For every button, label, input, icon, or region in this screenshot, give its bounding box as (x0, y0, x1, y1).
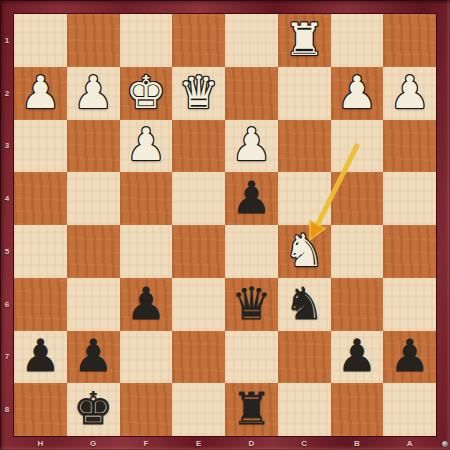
file-label-e: E (172, 436, 225, 450)
piece-white-king[interactable]: ♚ (126, 70, 166, 115)
square-c1[interactable]: ♜ (278, 14, 331, 67)
rank-label-5: 5 (0, 225, 14, 278)
square-e6[interactable] (172, 278, 225, 331)
square-b2[interactable]: ♟ (331, 67, 384, 120)
piece-black-pawn[interactable]: ♟ (73, 333, 113, 378)
piece-black-king[interactable]: ♚ (73, 386, 113, 431)
square-g5[interactable] (67, 225, 120, 278)
piece-black-pawn[interactable]: ♟ (126, 281, 166, 326)
file-label-a: A (383, 436, 436, 450)
chess-board: ♜♟♟♚♛♟♟♟♟♟♞♟♛♞♟♟♟♟♚♜ (14, 14, 436, 436)
square-e3[interactable] (172, 120, 225, 173)
square-b7[interactable]: ♟ (331, 331, 384, 384)
square-h4[interactable] (14, 172, 67, 225)
square-d7[interactable] (225, 331, 278, 384)
square-h1[interactable] (14, 14, 67, 67)
piece-black-pawn[interactable]: ♟ (389, 333, 429, 378)
file-label-c: C (278, 436, 331, 450)
rank-label-3: 3 (0, 120, 14, 173)
square-g6[interactable] (67, 278, 120, 331)
square-f2[interactable]: ♚ (120, 67, 173, 120)
square-h8[interactable] (14, 383, 67, 436)
square-b3[interactable] (331, 120, 384, 173)
square-f1[interactable] (120, 14, 173, 67)
square-a8[interactable] (383, 383, 436, 436)
square-h5[interactable] (14, 225, 67, 278)
square-c6[interactable]: ♞ (278, 278, 331, 331)
rank-label-6: 6 (0, 278, 14, 331)
piece-black-knight[interactable]: ♞ (284, 281, 324, 326)
square-d3[interactable]: ♟ (225, 120, 278, 173)
square-c2[interactable] (278, 67, 331, 120)
square-h3[interactable] (14, 120, 67, 173)
square-d8[interactable]: ♜ (225, 383, 278, 436)
square-h7[interactable]: ♟ (14, 331, 67, 384)
piece-white-pawn[interactable]: ♟ (20, 70, 60, 115)
piece-white-pawn[interactable]: ♟ (126, 122, 166, 167)
square-c4[interactable] (278, 172, 331, 225)
square-b6[interactable] (331, 278, 384, 331)
square-f3[interactable]: ♟ (120, 120, 173, 173)
piece-white-pawn[interactable]: ♟ (389, 70, 429, 115)
square-a6[interactable] (383, 278, 436, 331)
chess-board-frame: ♜♟♟♚♛♟♟♟♟♟♞♟♛♞♟♟♟♟♚♜ 12345678 HGFEDCBA (0, 0, 450, 450)
rank-label-2: 2 (0, 67, 14, 120)
square-g2[interactable]: ♟ (67, 67, 120, 120)
square-f4[interactable] (120, 172, 173, 225)
square-c8[interactable] (278, 383, 331, 436)
piece-white-queen[interactable]: ♛ (178, 70, 218, 115)
square-h2[interactable]: ♟ (14, 67, 67, 120)
square-a5[interactable] (383, 225, 436, 278)
piece-white-rook[interactable]: ♜ (284, 17, 324, 62)
file-label-f: F (120, 436, 173, 450)
piece-white-knight[interactable]: ♞ (284, 228, 324, 273)
square-b1[interactable] (331, 14, 384, 67)
square-e8[interactable] (172, 383, 225, 436)
file-label-d: D (225, 436, 278, 450)
square-b8[interactable] (331, 383, 384, 436)
square-c5[interactable]: ♞ (278, 225, 331, 278)
square-e2[interactable]: ♛ (172, 67, 225, 120)
square-f8[interactable] (120, 383, 173, 436)
square-f6[interactable]: ♟ (120, 278, 173, 331)
square-a3[interactable] (383, 120, 436, 173)
piece-black-pawn[interactable]: ♟ (231, 175, 271, 220)
piece-black-rook[interactable]: ♜ (231, 386, 271, 431)
square-a7[interactable]: ♟ (383, 331, 436, 384)
piece-black-pawn[interactable]: ♟ (337, 333, 377, 378)
square-e4[interactable] (172, 172, 225, 225)
square-g8[interactable]: ♚ (67, 383, 120, 436)
square-a4[interactable] (383, 172, 436, 225)
file-labels: HGFEDCBA (14, 436, 436, 450)
file-label-h: H (14, 436, 67, 450)
file-label-g: G (67, 436, 120, 450)
square-e1[interactable] (172, 14, 225, 67)
square-g7[interactable]: ♟ (67, 331, 120, 384)
square-g4[interactable] (67, 172, 120, 225)
square-h6[interactable] (14, 278, 67, 331)
square-d5[interactable] (225, 225, 278, 278)
square-g1[interactable] (67, 14, 120, 67)
square-b4[interactable] (331, 172, 384, 225)
square-d4[interactable]: ♟ (225, 172, 278, 225)
rank-labels: 12345678 (0, 14, 14, 436)
square-e5[interactable] (172, 225, 225, 278)
square-a1[interactable] (383, 14, 436, 67)
rank-label-7: 7 (0, 331, 14, 384)
square-d2[interactable] (225, 67, 278, 120)
square-a2[interactable]: ♟ (383, 67, 436, 120)
piece-black-queen[interactable]: ♛ (231, 281, 271, 326)
rank-label-4: 4 (0, 172, 14, 225)
square-d1[interactable] (225, 14, 278, 67)
file-label-b: B (331, 436, 384, 450)
piece-white-pawn[interactable]: ♟ (337, 70, 377, 115)
corner-pin-icon (442, 441, 448, 447)
piece-black-pawn[interactable]: ♟ (20, 333, 60, 378)
square-f5[interactable] (120, 225, 173, 278)
square-f7[interactable] (120, 331, 173, 384)
piece-white-pawn[interactable]: ♟ (73, 70, 113, 115)
square-c3[interactable] (278, 120, 331, 173)
piece-white-pawn[interactable]: ♟ (231, 122, 271, 167)
rank-label-8: 8 (0, 383, 14, 436)
square-e7[interactable] (172, 331, 225, 384)
square-c7[interactable] (278, 331, 331, 384)
square-b5[interactable] (331, 225, 384, 278)
rank-label-1: 1 (0, 14, 14, 67)
square-d6[interactable]: ♛ (225, 278, 278, 331)
square-g3[interactable] (67, 120, 120, 173)
